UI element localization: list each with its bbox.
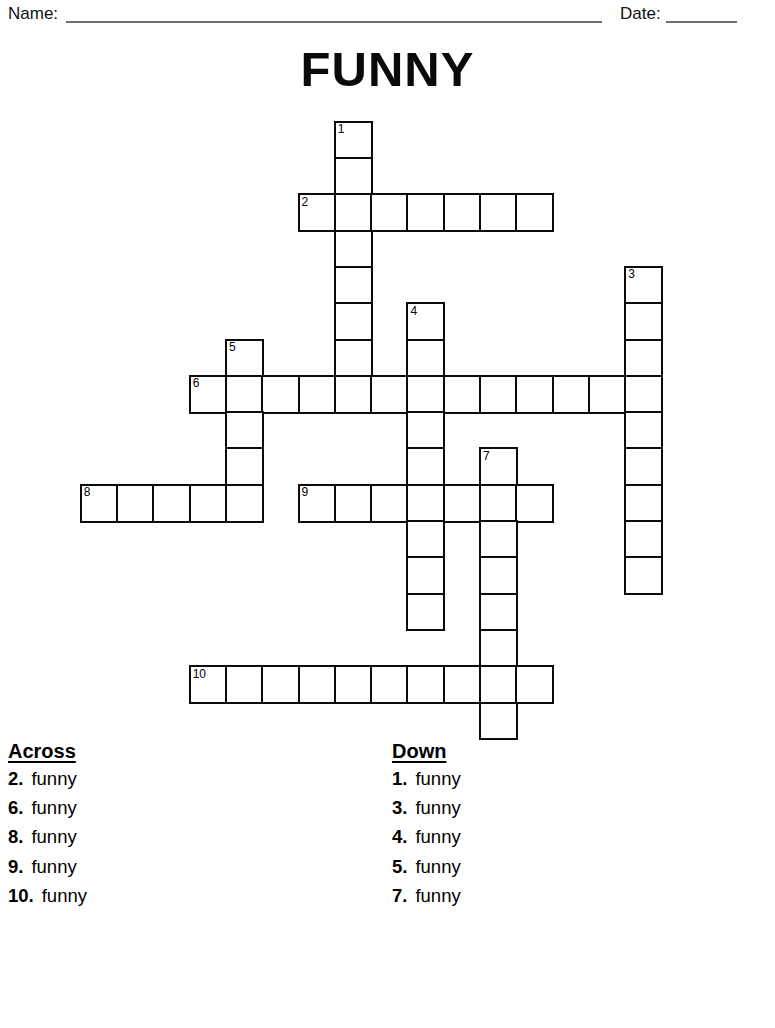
- grid-cell[interactable]: [406, 484, 445, 523]
- grid-cell[interactable]: [406, 665, 445, 704]
- grid-cell[interactable]: [370, 375, 409, 414]
- grid-cell[interactable]: [479, 593, 518, 632]
- grid-cell[interactable]: [479, 375, 518, 414]
- grid-cell[interactable]: [152, 484, 191, 523]
- clue-number: 8: [84, 486, 91, 498]
- date-label: Date:: [620, 4, 661, 24]
- grid-cell[interactable]: [588, 375, 627, 414]
- grid-cell[interactable]: [624, 375, 663, 414]
- grid-cell[interactable]: [624, 447, 663, 486]
- grid-cell[interactable]: [479, 629, 518, 668]
- grid-cell[interactable]: [515, 193, 554, 232]
- grid-cell[interactable]: [298, 665, 337, 704]
- clue-item: 3.funny: [392, 797, 461, 826]
- grid-cell[interactable]: [624, 556, 663, 595]
- grid-cell[interactable]: [334, 266, 373, 305]
- grid-cell[interactable]: [225, 447, 264, 486]
- grid-cell[interactable]: [261, 665, 300, 704]
- grid-cell[interactable]: [515, 484, 554, 523]
- worksheet-page: Name: Date: FUNNY 12345678910 Across 2.f…: [0, 0, 775, 1028]
- grid-cell[interactable]: [624, 411, 663, 450]
- across-clue-list: 2.funny6.funny8.funny9.funny10.funny: [8, 768, 87, 914]
- clue-item: 9.funny: [8, 856, 87, 885]
- grid-cell[interactable]: 1: [334, 121, 373, 160]
- clue-item-text: funny: [415, 856, 460, 877]
- grid-cell[interactable]: [515, 375, 554, 414]
- clue-item-text: funny: [31, 826, 76, 847]
- grid-cell[interactable]: [116, 484, 155, 523]
- grid-cell[interactable]: [225, 411, 264, 450]
- clue-item-number: 10.: [8, 885, 34, 906]
- grid-cell[interactable]: 7: [479, 447, 518, 486]
- grid-cell[interactable]: [406, 556, 445, 595]
- clue-number: 2: [302, 196, 309, 208]
- grid-cell[interactable]: [406, 447, 445, 486]
- clue-item: 5.funny: [392, 856, 461, 885]
- clue-item-text: funny: [415, 826, 460, 847]
- grid-cell[interactable]: [406, 193, 445, 232]
- grid-cell[interactable]: [624, 484, 663, 523]
- grid-cell[interactable]: 4: [406, 302, 445, 341]
- across-header: Across: [8, 740, 87, 763]
- clue-number: 4: [410, 305, 417, 317]
- grid-cell[interactable]: [479, 193, 518, 232]
- clue-item: 2.funny: [8, 768, 87, 797]
- across-clues: Across 2.funny6.funny8.funny9.funny10.fu…: [8, 740, 87, 914]
- grid-cell[interactable]: 3: [624, 266, 663, 305]
- grid-cell[interactable]: [406, 411, 445, 450]
- clue-number: 6: [193, 377, 200, 389]
- name-label: Name:: [8, 4, 58, 24]
- clue-item: 6.funny: [8, 797, 87, 826]
- clue-item-text: funny: [31, 768, 76, 789]
- clue-item-number: 1.: [392, 768, 407, 789]
- grid-cell[interactable]: [406, 520, 445, 559]
- grid-cell[interactable]: [479, 520, 518, 559]
- grid-cell[interactable]: [370, 484, 409, 523]
- grid-cell[interactable]: 6: [189, 375, 228, 414]
- grid-cell[interactable]: [479, 665, 518, 704]
- clue-item-number: 5.: [392, 856, 407, 877]
- clue-item-number: 6.: [8, 797, 23, 818]
- grid-cell[interactable]: [334, 484, 373, 523]
- clue-item: 10.funny: [8, 885, 87, 914]
- clue-item-number: 7.: [392, 885, 407, 906]
- grid-cell[interactable]: [552, 375, 591, 414]
- grid-cell[interactable]: [515, 665, 554, 704]
- clue-number: 7: [483, 450, 490, 462]
- clue-item-number: 3.: [392, 797, 407, 818]
- clue-item-number: 2.: [8, 768, 23, 789]
- date-field-line[interactable]: [666, 21, 737, 23]
- grid-cell[interactable]: [443, 484, 482, 523]
- grid-cell[interactable]: [624, 339, 663, 378]
- grid-cell[interactable]: 9: [298, 484, 337, 523]
- grid-cell[interactable]: [370, 193, 409, 232]
- clue-number: 9: [302, 486, 309, 498]
- grid-cell[interactable]: [443, 665, 482, 704]
- grid-cell[interactable]: 10: [189, 665, 228, 704]
- grid-cell[interactable]: [443, 193, 482, 232]
- grid-cell[interactable]: [334, 375, 373, 414]
- clue-item-number: 9.: [8, 856, 23, 877]
- clue-item-number: 8.: [8, 826, 23, 847]
- clue-number: 5: [229, 341, 236, 353]
- grid-cell[interactable]: [225, 375, 264, 414]
- clue-item: 7.funny: [392, 885, 461, 914]
- grid-cell[interactable]: 2: [298, 193, 337, 232]
- grid-cell[interactable]: [334, 230, 373, 269]
- grid-cell[interactable]: [298, 375, 337, 414]
- name-field-line[interactable]: [66, 21, 602, 23]
- clue-item: 8.funny: [8, 826, 87, 855]
- grid-cell[interactable]: [406, 375, 445, 414]
- grid-cell[interactable]: [479, 702, 518, 741]
- clue-item-text: funny: [415, 885, 460, 906]
- grid-cell[interactable]: [479, 556, 518, 595]
- grid-cell[interactable]: [225, 484, 264, 523]
- grid-cell[interactable]: [334, 665, 373, 704]
- grid-cell[interactable]: [624, 302, 663, 341]
- grid-cell[interactable]: [261, 375, 300, 414]
- grid-cell[interactable]: [334, 193, 373, 232]
- clue-item-text: funny: [415, 768, 460, 789]
- grid-cell[interactable]: [370, 665, 409, 704]
- grid-cell[interactable]: [406, 593, 445, 632]
- clue-number: 1: [338, 123, 345, 135]
- clue-item-text: funny: [42, 885, 87, 906]
- page-title: FUNNY: [0, 44, 775, 95]
- grid-cell[interactable]: [189, 484, 228, 523]
- crossword-grid: 12345678910: [81, 122, 662, 739]
- grid-cell[interactable]: [334, 157, 373, 196]
- down-header: Down: [392, 740, 461, 763]
- grid-cell[interactable]: [443, 375, 482, 414]
- clue-item-text: funny: [31, 856, 76, 877]
- clue-item: 4.funny: [392, 826, 461, 855]
- clue-item-number: 4.: [392, 826, 407, 847]
- grid-cell[interactable]: [225, 665, 264, 704]
- clue-item: 1.funny: [392, 768, 461, 797]
- clue-number: 10: [193, 668, 206, 680]
- clue-number: 3: [628, 268, 635, 280]
- grid-cell[interactable]: 8: [80, 484, 119, 523]
- down-clue-list: 1.funny3.funny4.funny5.funny7.funny: [392, 768, 461, 914]
- clue-item-text: funny: [31, 797, 76, 818]
- grid-cell[interactable]: [479, 484, 518, 523]
- grid-cell[interactable]: [334, 339, 373, 378]
- clue-item-text: funny: [415, 797, 460, 818]
- down-clues: Down 1.funny3.funny4.funny5.funny7.funny: [392, 740, 461, 914]
- grid-cell[interactable]: [624, 520, 663, 559]
- grid-cell[interactable]: [334, 302, 373, 341]
- grid-cell[interactable]: [406, 339, 445, 378]
- grid-cell[interactable]: 5: [225, 339, 264, 378]
